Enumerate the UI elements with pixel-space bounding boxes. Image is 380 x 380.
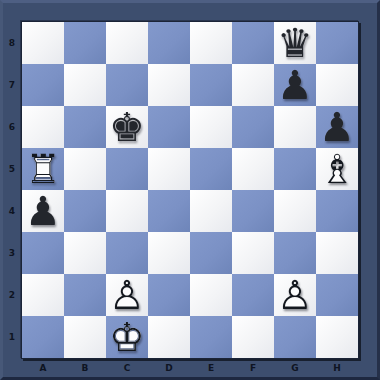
square-b1[interactable] [64, 316, 106, 358]
square-a6[interactable] [22, 106, 64, 148]
square-f4[interactable] [232, 190, 274, 232]
rank-label-1: 1 [3, 316, 21, 358]
square-c8[interactable] [106, 22, 148, 64]
square-e1[interactable] [190, 316, 232, 358]
square-e6[interactable] [190, 106, 232, 148]
square-d5[interactable] [148, 148, 190, 190]
rank-label-6: 6 [3, 106, 21, 148]
square-c7[interactable] [106, 64, 148, 106]
piece-white-pawn-g2[interactable]: ♟♙ [274, 274, 316, 316]
rank-label-3: 3 [3, 232, 21, 274]
file-label-f: F [232, 360, 274, 376]
square-h6[interactable]: ♟ [316, 106, 358, 148]
square-a7[interactable] [22, 64, 64, 106]
square-g5[interactable] [274, 148, 316, 190]
square-e2[interactable] [190, 274, 232, 316]
square-b6[interactable] [64, 106, 106, 148]
square-f3[interactable] [232, 232, 274, 274]
piece-black-king-c6[interactable]: ♚ [106, 106, 148, 148]
square-d8[interactable] [148, 22, 190, 64]
rank-label-2: 2 [3, 274, 21, 316]
square-b2[interactable] [64, 274, 106, 316]
square-g3[interactable] [274, 232, 316, 274]
square-d3[interactable] [148, 232, 190, 274]
square-c6[interactable]: ♚ [106, 106, 148, 148]
square-g7[interactable]: ♟ [274, 64, 316, 106]
square-h8[interactable] [316, 22, 358, 64]
piece-black-queen-g8[interactable]: ♛ [274, 22, 316, 64]
square-g6[interactable] [274, 106, 316, 148]
square-c5[interactable] [106, 148, 148, 190]
piece-black-pawn-g7[interactable]: ♟ [274, 64, 316, 106]
square-c1[interactable]: ♚♔ [106, 316, 148, 358]
square-c3[interactable] [106, 232, 148, 274]
square-h7[interactable] [316, 64, 358, 106]
square-h1[interactable] [316, 316, 358, 358]
square-h2[interactable] [316, 274, 358, 316]
square-d7[interactable] [148, 64, 190, 106]
square-f1[interactable] [232, 316, 274, 358]
piece-white-king-c1[interactable]: ♚♔ [106, 316, 148, 358]
rank-label-5: 5 [3, 148, 21, 190]
square-h5[interactable]: ♝♗ [316, 148, 358, 190]
piece-white-bishop-h5[interactable]: ♝♗ [316, 148, 358, 190]
piece-white-rook-a5[interactable]: ♜♖ [22, 148, 64, 190]
square-d4[interactable] [148, 190, 190, 232]
square-b8[interactable] [64, 22, 106, 64]
rank-label-8: 8 [3, 22, 21, 64]
square-c4[interactable] [106, 190, 148, 232]
square-b5[interactable] [64, 148, 106, 190]
file-label-d: D [148, 360, 190, 376]
square-d2[interactable] [148, 274, 190, 316]
square-g8[interactable]: ♛ [274, 22, 316, 64]
square-h4[interactable] [316, 190, 358, 232]
square-f5[interactable] [232, 148, 274, 190]
rank-label-4: 4 [3, 190, 21, 232]
square-f7[interactable] [232, 64, 274, 106]
square-b4[interactable] [64, 190, 106, 232]
square-a3[interactable] [22, 232, 64, 274]
square-e8[interactable] [190, 22, 232, 64]
file-label-a: A [22, 360, 64, 376]
square-e5[interactable] [190, 148, 232, 190]
board-frame: ♛♟♚♟♜♖♝♗♟♟♙♟♙♚♔ 87654321 ABCDEFGH [0, 0, 380, 380]
square-g1[interactable] [274, 316, 316, 358]
square-c2[interactable]: ♟♙ [106, 274, 148, 316]
file-label-h: H [316, 360, 358, 376]
square-a8[interactable] [22, 22, 64, 64]
piece-black-pawn-a4[interactable]: ♟ [22, 190, 64, 232]
file-label-g: G [274, 360, 316, 376]
piece-black-pawn-h6[interactable]: ♟ [316, 106, 358, 148]
file-label-e: E [190, 360, 232, 376]
square-f6[interactable] [232, 106, 274, 148]
board: ♛♟♚♟♜♖♝♗♟♟♙♟♙♚♔ [21, 21, 359, 359]
rank-label-7: 7 [3, 64, 21, 106]
square-a2[interactable] [22, 274, 64, 316]
square-e4[interactable] [190, 190, 232, 232]
square-a5[interactable]: ♜♖ [22, 148, 64, 190]
piece-white-pawn-c2[interactable]: ♟♙ [106, 274, 148, 316]
file-label-c: C [106, 360, 148, 376]
square-a4[interactable]: ♟ [22, 190, 64, 232]
square-d6[interactable] [148, 106, 190, 148]
file-label-b: B [64, 360, 106, 376]
square-g2[interactable]: ♟♙ [274, 274, 316, 316]
square-b7[interactable] [64, 64, 106, 106]
square-h3[interactable] [316, 232, 358, 274]
square-a1[interactable] [22, 316, 64, 358]
square-e3[interactable] [190, 232, 232, 274]
square-g4[interactable] [274, 190, 316, 232]
square-f8[interactable] [232, 22, 274, 64]
square-d1[interactable] [148, 316, 190, 358]
square-e7[interactable] [190, 64, 232, 106]
square-f2[interactable] [232, 274, 274, 316]
square-b3[interactable] [64, 232, 106, 274]
